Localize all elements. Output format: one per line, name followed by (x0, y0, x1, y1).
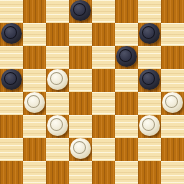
square-r6-c3[interactable] (69, 138, 92, 161)
square-r0-c1[interactable] (23, 0, 46, 23)
black-man[interactable] (70, 0, 91, 21)
square-r0-c5[interactable] (115, 0, 138, 23)
square-r4-c7[interactable] (161, 92, 184, 115)
white-man[interactable] (162, 92, 183, 113)
square-r6-c5[interactable] (115, 138, 138, 161)
square-r3-c1 (23, 69, 46, 92)
square-r7-c3 (69, 161, 92, 184)
square-r4-c5[interactable] (115, 92, 138, 115)
square-r0-c7[interactable] (161, 0, 184, 23)
square-r2-c0 (0, 46, 23, 69)
square-r1-c3 (69, 23, 92, 46)
square-r4-c6 (138, 92, 161, 115)
square-r4-c4 (92, 92, 115, 115)
square-r4-c3[interactable] (69, 92, 92, 115)
square-r4-c0 (0, 92, 23, 115)
square-r3-c0[interactable] (0, 69, 23, 92)
square-r7-c4[interactable] (92, 161, 115, 184)
square-r7-c0[interactable] (0, 161, 23, 184)
square-r4-c2 (46, 92, 69, 115)
square-r2-c5[interactable] (115, 46, 138, 69)
square-r6-c1[interactable] (23, 138, 46, 161)
square-r5-c6[interactable] (138, 115, 161, 138)
square-r3-c4[interactable] (92, 69, 115, 92)
square-r1-c4[interactable] (92, 23, 115, 46)
square-r7-c7 (161, 161, 184, 184)
piece-inner-ring (4, 26, 17, 39)
square-r6-c0 (0, 138, 23, 161)
square-r7-c2[interactable] (46, 161, 69, 184)
square-r1-c1 (23, 23, 46, 46)
white-man[interactable] (24, 92, 45, 113)
square-r1-c0[interactable] (0, 23, 23, 46)
square-r2-c3[interactable] (69, 46, 92, 69)
white-man[interactable] (70, 138, 91, 159)
piece-inner-ring (73, 3, 86, 16)
checkers-board (0, 0, 184, 184)
square-r5-c7 (161, 115, 184, 138)
piece-inner-ring (142, 118, 155, 131)
black-man[interactable] (139, 23, 160, 44)
piece-inner-ring (142, 26, 155, 39)
square-r2-c1[interactable] (23, 46, 46, 69)
piece-inner-ring (50, 118, 63, 131)
square-r6-c6 (138, 138, 161, 161)
square-r1-c6[interactable] (138, 23, 161, 46)
white-man[interactable] (47, 69, 68, 90)
piece-inner-ring (50, 72, 63, 85)
black-man[interactable] (116, 46, 137, 67)
white-man[interactable] (47, 115, 68, 136)
square-r3-c5 (115, 69, 138, 92)
square-r5-c1 (23, 115, 46, 138)
black-man[interactable] (1, 23, 22, 44)
square-r2-c7[interactable] (161, 46, 184, 69)
piece-inner-ring (4, 72, 17, 85)
square-r6-c2 (46, 138, 69, 161)
square-r2-c2 (46, 46, 69, 69)
piece-inner-ring (119, 49, 132, 62)
square-r0-c6 (138, 0, 161, 23)
piece-inner-ring (73, 141, 86, 154)
square-r3-c6[interactable] (138, 69, 161, 92)
square-r5-c2[interactable] (46, 115, 69, 138)
piece-inner-ring (165, 95, 178, 108)
square-r5-c0[interactable] (0, 115, 23, 138)
square-r7-c1 (23, 161, 46, 184)
square-r7-c6[interactable] (138, 161, 161, 184)
square-r3-c7 (161, 69, 184, 92)
black-man[interactable] (1, 69, 22, 90)
piece-inner-ring (27, 95, 40, 108)
black-man[interactable] (139, 69, 160, 90)
white-man[interactable] (139, 115, 160, 136)
square-r1-c2[interactable] (46, 23, 69, 46)
square-r4-c1[interactable] (23, 92, 46, 115)
square-r0-c0 (0, 0, 23, 23)
square-r3-c2[interactable] (46, 69, 69, 92)
piece-inner-ring (142, 72, 155, 85)
square-r5-c4[interactable] (92, 115, 115, 138)
square-r5-c3 (69, 115, 92, 138)
square-r1-c7 (161, 23, 184, 46)
square-r1-c5 (115, 23, 138, 46)
square-r3-c3 (69, 69, 92, 92)
square-r0-c4 (92, 0, 115, 23)
square-r5-c5 (115, 115, 138, 138)
square-r6-c4 (92, 138, 115, 161)
square-r0-c2 (46, 0, 69, 23)
square-r0-c3[interactable] (69, 0, 92, 23)
square-r7-c5 (115, 161, 138, 184)
square-r2-c6 (138, 46, 161, 69)
square-r2-c4 (92, 46, 115, 69)
square-r6-c7[interactable] (161, 138, 184, 161)
